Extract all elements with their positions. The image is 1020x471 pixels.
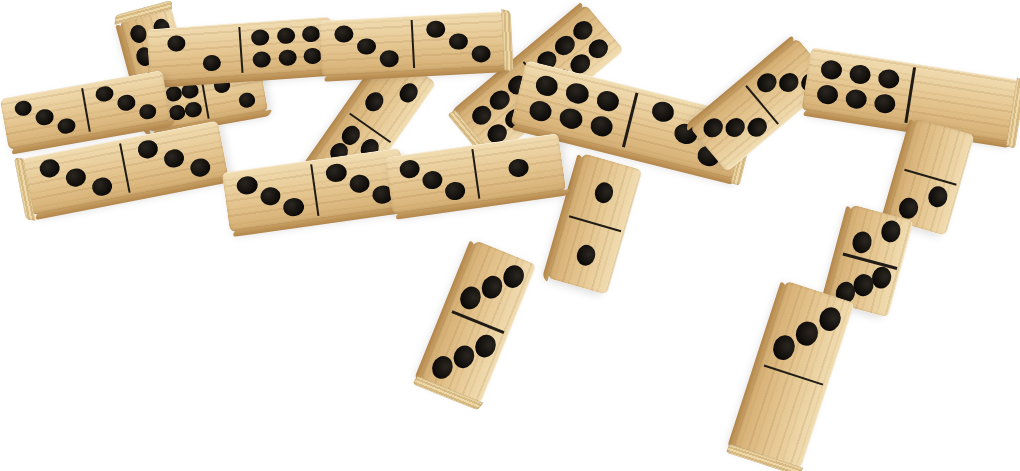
pip-6 [564,81,591,106]
pip-3 [770,333,798,363]
domino-divider-line [80,88,90,132]
pip-2 [361,89,387,115]
pip-6 [301,26,320,43]
pip-3 [65,167,88,188]
domino-3-0 [732,281,855,470]
pip-3 [163,148,186,169]
domino-2-6 [146,17,334,84]
pip-3 [471,45,491,63]
pip-3 [744,114,770,140]
domino-divider-line [237,27,242,74]
pip-3 [34,108,54,126]
domino-divider-line [410,20,415,68]
pip-3 [457,284,484,312]
domino-divider-line [904,68,915,123]
pip-3 [425,20,445,38]
pip-3 [793,318,821,348]
pip-6 [873,93,897,115]
pip-3 [700,115,726,141]
pip-3 [421,170,443,190]
domino-3-3 [222,148,409,232]
pip-6 [168,104,187,121]
pip-1 [507,158,529,178]
pip-3 [13,99,33,117]
domino-end-grain [14,158,35,221]
pip-3 [398,159,420,179]
domino-end-grain [1006,77,1020,149]
pip-6 [558,107,585,132]
pip-2 [166,35,185,52]
domino-3-1 [384,133,565,215]
domino-divider-line [763,364,823,386]
pip-2 [238,92,257,109]
pip-2 [850,229,874,255]
domino-end-grain [412,376,483,410]
pip-3 [56,117,76,135]
pip-2 [879,218,903,244]
domino-end-grain [501,9,513,72]
pip-3 [472,332,499,360]
pip-3 [259,186,282,207]
pip-3 [116,94,136,112]
pip-3 [348,173,371,194]
pip-3 [754,70,780,96]
domino-side-face [394,189,570,220]
pip-2 [396,80,422,106]
pip-3 [137,139,160,160]
domino-divider-line [843,253,897,270]
pip-1 [574,243,598,268]
pip-3 [500,262,527,290]
pip-6 [527,99,554,124]
pip-3 [325,162,348,183]
pip-6 [533,73,560,98]
pip-6 [815,84,839,106]
pip-3 [91,176,114,197]
pip-3 [356,38,376,56]
pip-3 [429,353,456,381]
pip-6 [277,49,296,66]
domino-3-3 [318,11,506,77]
domino-end-grain [725,444,803,471]
domino-3-3 [419,240,536,404]
pip-3 [38,158,61,179]
pip-6 [252,51,271,68]
pip-2 [202,54,221,71]
pip-6 [303,47,322,64]
pip-6 [595,89,622,114]
pip-3 [776,70,802,96]
domino-side-face [727,280,785,451]
pip-6 [184,101,203,118]
pip-3 [94,85,114,103]
domino-divider-line [119,143,131,192]
pip-3 [479,273,506,301]
pip-3 [443,181,465,201]
pip-6 [819,58,843,80]
pip-4 [128,23,148,45]
dominoes-arrangement-photo [0,0,1020,471]
pip-3 [722,115,748,141]
pip-2 [926,184,950,209]
pip-3 [815,304,843,334]
pip-1 [592,180,616,205]
domino-side-face [34,176,232,221]
domino-divider-line [451,310,505,334]
pip-3 [189,157,212,178]
pip-3 [650,100,677,125]
pip-3 [236,175,259,196]
domino-side-face [232,206,413,237]
pip-6 [589,114,616,139]
pip-6 [250,29,269,46]
pip-3 [282,197,305,218]
domino-divider-line [622,92,638,148]
pip-3 [448,33,468,51]
pip-3 [137,102,157,120]
pip-6 [877,68,901,90]
pip-3 [333,25,353,43]
domino-divider-line [569,215,621,232]
pip-6 [276,27,295,44]
pip-3 [379,50,399,68]
pip-6 [848,63,872,85]
domino-divider-line [904,168,956,185]
domino-divider-line [470,149,479,199]
pip-3 [451,343,478,371]
pip-6 [844,88,868,110]
domino-divider-line [310,164,320,215]
